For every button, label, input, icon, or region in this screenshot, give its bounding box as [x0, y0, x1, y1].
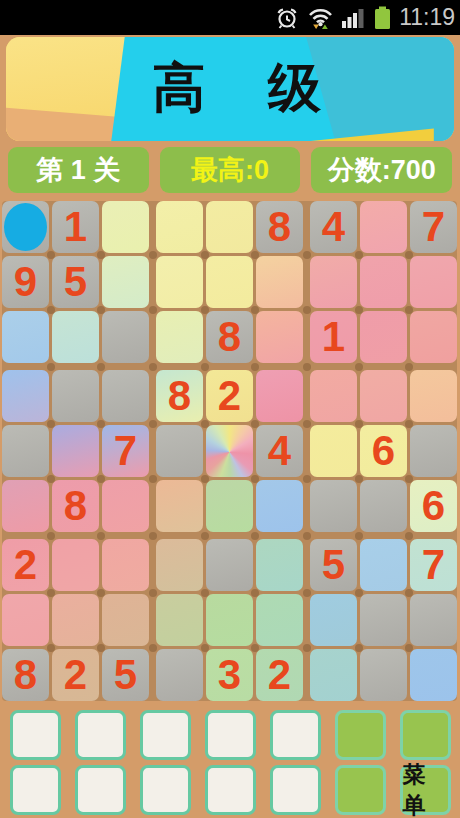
grid-dot — [303, 475, 311, 483]
grid-dot — [405, 420, 413, 428]
keypad-row-2: 菜单 — [0, 765, 460, 815]
level-banner: 高 级 — [6, 37, 454, 141]
grid-dot — [47, 589, 55, 597]
cell-r4c9[interactable] — [410, 370, 457, 422]
given-number: 3 — [218, 654, 241, 696]
battery-icon — [374, 6, 391, 30]
grid-dot — [47, 420, 55, 428]
cell-r5c7[interactable] — [310, 425, 357, 477]
given-number: 8 — [218, 316, 241, 358]
grid-dot — [97, 363, 105, 371]
cell-r3c7: 1 — [310, 311, 357, 363]
cell-r9c6: 2 — [256, 649, 303, 701]
cell-r7c5[interactable] — [206, 539, 253, 591]
grid-dot — [201, 644, 209, 652]
input-key-2[interactable] — [75, 710, 126, 760]
clock-text: 11:19 — [399, 0, 455, 35]
input-key-4[interactable] — [205, 710, 256, 760]
grid-dot — [251, 644, 259, 652]
cell-r6c3[interactable] — [102, 480, 149, 532]
grid-dot — [405, 532, 413, 540]
cell-r1c5[interactable] — [206, 201, 253, 253]
grid-dot — [303, 644, 311, 652]
cell-r5c9[interactable] — [410, 425, 457, 477]
given-number: 2 — [14, 544, 37, 586]
grid-dot — [149, 644, 157, 652]
grid-dot — [303, 420, 311, 428]
function-key-7[interactable] — [400, 710, 451, 760]
grid-dot — [405, 644, 413, 652]
grid-dot — [47, 475, 55, 483]
grid-dot — [405, 475, 413, 483]
cell-r4c7[interactable] — [310, 370, 357, 422]
given-number: 2 — [268, 654, 291, 696]
given-number: 2 — [218, 375, 241, 417]
grid-dot — [355, 589, 363, 597]
grid-dot — [97, 532, 105, 540]
cell-r8c2[interactable] — [52, 594, 99, 646]
cell-r6c1[interactable] — [2, 480, 49, 532]
input-key-3[interactable] — [140, 710, 191, 760]
cell-r7c3[interactable] — [102, 539, 149, 591]
cell-r4c1[interactable] — [2, 370, 49, 422]
input-key-4[interactable] — [205, 765, 256, 815]
given-number: 1 — [322, 316, 345, 358]
grid-dot — [355, 420, 363, 428]
grid-dot — [355, 306, 363, 314]
cell-r6c2: 8 — [52, 480, 99, 532]
grid-dot — [201, 306, 209, 314]
cell-r9c2: 2 — [52, 649, 99, 701]
given-number: 2 — [64, 654, 87, 696]
grid-dot — [251, 363, 259, 371]
grid-dot — [201, 420, 209, 428]
grid-dot — [201, 251, 209, 259]
grid-dot — [201, 475, 209, 483]
given-number: 8 — [64, 485, 87, 527]
grid-dot — [303, 251, 311, 259]
grid-dot — [149, 475, 157, 483]
grid-dot — [97, 420, 105, 428]
cell-r7c2[interactable] — [52, 539, 99, 591]
grid-dot — [201, 532, 209, 540]
wifi-icon — [307, 6, 334, 30]
grid-dot — [355, 363, 363, 371]
cell-r2c9[interactable] — [410, 256, 457, 308]
cell-r9c5: 3 — [206, 649, 253, 701]
grid-dot — [149, 532, 157, 540]
input-key-5[interactable] — [270, 710, 321, 760]
cell-r3c6[interactable] — [256, 311, 303, 363]
signal-icon — [342, 7, 366, 29]
cell-r3c1[interactable] — [2, 311, 49, 363]
cell-r3c4[interactable] — [156, 311, 203, 363]
cell-r4c3[interactable] — [102, 370, 149, 422]
cell-r2c5[interactable] — [206, 256, 253, 308]
given-number: 5 — [322, 544, 345, 586]
grid-dot — [251, 420, 259, 428]
grid-dot — [149, 306, 157, 314]
given-number: 8 — [268, 206, 291, 248]
grid-dot — [251, 475, 259, 483]
cell-r8c8[interactable] — [360, 594, 407, 646]
grid-dot — [47, 644, 55, 652]
cell-r1c4[interactable] — [156, 201, 203, 253]
given-number: 9 — [14, 261, 37, 303]
cell-r1c3[interactable] — [102, 201, 149, 253]
input-key-3[interactable] — [140, 765, 191, 815]
score-badge: 分数:700 — [311, 147, 452, 193]
best-score-badge: 最高:0 — [160, 147, 301, 193]
cell-r7c8[interactable] — [360, 539, 407, 591]
cell-r8c5[interactable] — [206, 594, 253, 646]
cell-r8c6[interactable] — [256, 594, 303, 646]
cell-r8c1[interactable] — [2, 594, 49, 646]
cell-r7c4[interactable] — [156, 539, 203, 591]
given-number: 6 — [422, 485, 445, 527]
grid-dot — [405, 363, 413, 371]
given-number: 7 — [422, 206, 445, 248]
cell-r2c8[interactable] — [360, 256, 407, 308]
cell-r1c8[interactable] — [360, 201, 407, 253]
status-bar: 11:19 — [0, 0, 460, 35]
input-key-5[interactable] — [270, 765, 321, 815]
cell-r3c2[interactable] — [52, 311, 99, 363]
grid-dot — [149, 251, 157, 259]
cell-r1c6: 8 — [256, 201, 303, 253]
cell-r6c9: 6 — [410, 480, 457, 532]
cell-r5c4[interactable] — [156, 425, 203, 477]
app-screen: 11:19 高 级 第 1 关 最高:0 分数:700 184795818274… — [0, 0, 460, 818]
cell-r8c9[interactable] — [410, 594, 457, 646]
cell-r5c2[interactable] — [52, 425, 99, 477]
cell-r7c9: 7 — [410, 539, 457, 591]
cell-r3c8[interactable] — [360, 311, 407, 363]
function-key-6[interactable] — [335, 765, 386, 815]
cell-r6c7[interactable] — [310, 480, 357, 532]
cell-r9c7[interactable] — [310, 649, 357, 701]
given-number: 7 — [422, 544, 445, 586]
given-number: 4 — [322, 206, 345, 248]
input-key-2[interactable] — [75, 765, 126, 815]
grid-dot — [251, 306, 259, 314]
cell-r2c3[interactable] — [102, 256, 149, 308]
given-number: 8 — [168, 375, 191, 417]
grid-dot — [405, 306, 413, 314]
alarm-icon — [275, 6, 299, 30]
grid-dot — [47, 306, 55, 314]
cell-r8c4[interactable] — [156, 594, 203, 646]
input-key-1[interactable] — [10, 765, 61, 815]
cell-r5c8: 6 — [360, 425, 407, 477]
sudoku-board: 18479581827468625782532 — [2, 201, 457, 701]
grid-dot — [303, 532, 311, 540]
grid-dot — [355, 644, 363, 652]
grid-dot — [355, 475, 363, 483]
given-number: 7 — [114, 430, 137, 472]
cell-r4c8[interactable] — [360, 370, 407, 422]
cell-r1c1[interactable] — [2, 201, 49, 253]
grid-dot — [405, 589, 413, 597]
grid-dot — [251, 251, 259, 259]
cell-r2c7[interactable] — [310, 256, 357, 308]
grid-dot — [97, 251, 105, 259]
cell-r4c6[interactable] — [256, 370, 303, 422]
cell-r9c4[interactable] — [156, 649, 203, 701]
cell-r7c6[interactable] — [256, 539, 303, 591]
cell-r4c4: 8 — [156, 370, 203, 422]
grid-dot — [97, 475, 105, 483]
cell-r9c1: 8 — [2, 649, 49, 701]
cell-r6c5[interactable] — [206, 480, 253, 532]
grid-dot — [149, 363, 157, 371]
grid-dot — [303, 363, 311, 371]
function-key-6[interactable] — [335, 710, 386, 760]
keypad-row-1 — [0, 710, 460, 760]
cell-r5c3: 7 — [102, 425, 149, 477]
difficulty-title: 高 级 — [6, 37, 454, 141]
cell-r1c2: 1 — [52, 201, 99, 253]
stats-row: 第 1 关 最高:0 分数:700 — [8, 147, 452, 193]
grid-dot — [47, 532, 55, 540]
grid-dot — [149, 589, 157, 597]
grid-dot — [303, 589, 311, 597]
cell-r7c7: 5 — [310, 539, 357, 591]
grid-dot — [149, 420, 157, 428]
grid-dot — [355, 251, 363, 259]
cell-r8c3[interactable] — [102, 594, 149, 646]
given-number: 5 — [64, 261, 87, 303]
cell-r9c8[interactable] — [360, 649, 407, 701]
given-number: 5 — [114, 654, 137, 696]
grid-dot — [47, 251, 55, 259]
grid-dot — [201, 363, 209, 371]
cell-r6c6[interactable] — [256, 480, 303, 532]
level-badge: 第 1 关 — [8, 147, 149, 193]
cell-r1c9: 7 — [410, 201, 457, 253]
given-number: 8 — [14, 654, 37, 696]
cell-r5c1[interactable] — [2, 425, 49, 477]
cell-r2c4[interactable] — [156, 256, 203, 308]
selection-circle — [4, 203, 47, 251]
grid-dot — [97, 589, 105, 597]
grid-dot — [201, 589, 209, 597]
cell-r6c8[interactable] — [360, 480, 407, 532]
cell-r5c6: 4 — [256, 425, 303, 477]
grid-dot — [405, 251, 413, 259]
grid-dot — [97, 644, 105, 652]
grid-dot — [251, 532, 259, 540]
cell-r9c3: 5 — [102, 649, 149, 701]
cell-r4c2[interactable] — [52, 370, 99, 422]
given-number: 4 — [268, 430, 291, 472]
cell-r9c9[interactable] — [410, 649, 457, 701]
cell-r3c3[interactable] — [102, 311, 149, 363]
cell-r2c2: 5 — [52, 256, 99, 308]
cell-r2c6[interactable] — [256, 256, 303, 308]
cell-r1c7: 4 — [310, 201, 357, 253]
cell-r3c5: 8 — [206, 311, 253, 363]
grid-dot — [251, 589, 259, 597]
cell-r4c5: 2 — [206, 370, 253, 422]
menu-button[interactable]: 菜单 — [400, 765, 451, 815]
grid-dot — [97, 306, 105, 314]
grid-dot — [47, 363, 55, 371]
cell-r7c1: 2 — [2, 539, 49, 591]
input-key-1[interactable] — [10, 710, 61, 760]
cell-r6c4[interactable] — [156, 480, 203, 532]
cell-r5c5[interactable] — [206, 425, 253, 477]
cell-r3c9[interactable] — [410, 311, 457, 363]
cell-r8c7[interactable] — [310, 594, 357, 646]
given-number: 6 — [372, 430, 395, 472]
grid-dot — [355, 532, 363, 540]
given-number: 1 — [64, 206, 87, 248]
grid-dot — [303, 306, 311, 314]
cell-r2c1: 9 — [2, 256, 49, 308]
